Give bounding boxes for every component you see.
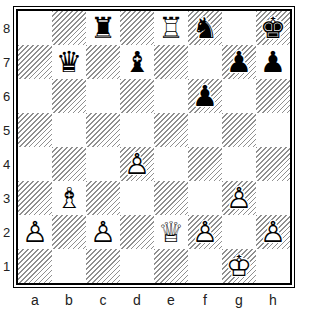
file-label-b: b (52, 292, 86, 308)
white-pawn[interactable]: ♟♙ (188, 215, 222, 249)
black-bishop[interactable]: ♝♝ (120, 45, 154, 79)
square-e7[interactable] (154, 45, 188, 79)
rank-label-1: 1 (0, 249, 13, 283)
square-e5[interactable] (154, 113, 188, 147)
white-bishop[interactable]: ♝♗ (52, 181, 86, 215)
black-pawn[interactable]: ♟♟ (188, 79, 222, 113)
square-c2[interactable]: ♟♙ (86, 215, 120, 249)
white-pawn-icon: ♙ (226, 184, 252, 213)
white-queen-icon: ♕ (158, 218, 184, 247)
square-f2[interactable]: ♟♙ (188, 215, 222, 249)
black-king-icon: ♚ (260, 14, 286, 43)
white-pawn-icon: ♙ (22, 218, 48, 247)
square-d1[interactable] (120, 249, 154, 283)
square-d6[interactable] (120, 79, 154, 113)
square-a1[interactable] (18, 249, 52, 283)
white-rook[interactable]: ♜♖ (154, 11, 188, 45)
square-f7[interactable] (188, 45, 222, 79)
black-pawn-icon: ♟ (260, 48, 286, 77)
square-g2[interactable] (222, 215, 256, 249)
square-h1[interactable] (256, 249, 290, 283)
square-h6[interactable] (256, 79, 290, 113)
square-d4[interactable]: ♟♙ (120, 147, 154, 181)
square-b3[interactable]: ♝♗ (52, 181, 86, 215)
square-b5[interactable] (52, 113, 86, 147)
black-bishop-icon: ♝ (124, 48, 150, 77)
square-f6[interactable]: ♟♟ (188, 79, 222, 113)
black-rook-icon: ♜ (90, 14, 116, 43)
black-pawn-icon: ♟ (226, 48, 252, 77)
square-a5[interactable] (18, 113, 52, 147)
square-e8[interactable]: ♜♖ (154, 11, 188, 45)
square-f8[interactable]: ♞♞ (188, 11, 222, 45)
square-d5[interactable] (120, 113, 154, 147)
square-h2[interactable]: ♟♙ (256, 215, 290, 249)
rank-labels: 87654321 (0, 11, 13, 283)
rank-label-6: 6 (0, 79, 13, 113)
square-b7[interactable]: ♛♛ (52, 45, 86, 79)
white-pawn[interactable]: ♟♙ (86, 215, 120, 249)
square-a2[interactable]: ♟♙ (18, 215, 52, 249)
white-pawn[interactable]: ♟♙ (18, 215, 52, 249)
square-f1[interactable] (188, 249, 222, 283)
white-pawn[interactable]: ♟♙ (120, 147, 154, 181)
white-queen[interactable]: ♛♕ (154, 215, 188, 249)
rank-label-8: 8 (0, 11, 13, 45)
square-g3[interactable]: ♟♙ (222, 181, 256, 215)
square-c7[interactable] (86, 45, 120, 79)
square-e6[interactable] (154, 79, 188, 113)
square-a4[interactable] (18, 147, 52, 181)
white-bishop-icon: ♗ (56, 184, 82, 213)
square-h7[interactable]: ♟♟ (256, 45, 290, 79)
file-label-e: e (154, 292, 188, 308)
square-g7[interactable]: ♟♟ (222, 45, 256, 79)
rank-label-7: 7 (0, 45, 13, 79)
square-g8[interactable] (222, 11, 256, 45)
white-pawn-icon: ♙ (90, 218, 116, 247)
white-pawn[interactable]: ♟♙ (222, 181, 256, 215)
square-g1[interactable]: ♚♔ (222, 249, 256, 283)
square-g4[interactable] (222, 147, 256, 181)
square-e3[interactable] (154, 181, 188, 215)
square-b4[interactable] (52, 147, 86, 181)
square-e2[interactable]: ♛♕ (154, 215, 188, 249)
square-f5[interactable] (188, 113, 222, 147)
square-c6[interactable] (86, 79, 120, 113)
file-label-c: c (86, 292, 120, 308)
file-labels: abcdefgh (18, 292, 290, 308)
square-b6[interactable] (52, 79, 86, 113)
square-f3[interactable] (188, 181, 222, 215)
square-g5[interactable] (222, 113, 256, 147)
black-pawn[interactable]: ♟♟ (256, 45, 290, 79)
file-label-a: a (18, 292, 52, 308)
black-king[interactable]: ♚♚ (256, 11, 290, 45)
rank-label-2: 2 (0, 215, 13, 249)
square-a3[interactable] (18, 181, 52, 215)
square-a7[interactable] (18, 45, 52, 79)
square-a8[interactable] (18, 11, 52, 45)
board-frame: ♜♜♜♖♞♞♚♚♛♛♝♝♟♟♟♟♟♟♟♙♝♗♟♙♟♙♟♙♛♕♟♙♟♙♚♔ (13, 6, 295, 288)
white-pawn[interactable]: ♟♙ (256, 215, 290, 249)
square-h3[interactable] (256, 181, 290, 215)
square-c4[interactable] (86, 147, 120, 181)
square-c1[interactable] (86, 249, 120, 283)
file-label-g: g (222, 292, 256, 308)
white-king-icon: ♔ (226, 252, 252, 281)
black-queen[interactable]: ♛♛ (52, 45, 86, 79)
square-g6[interactable] (222, 79, 256, 113)
black-knight[interactable]: ♞♞ (188, 11, 222, 45)
square-h5[interactable] (256, 113, 290, 147)
square-d2[interactable] (120, 215, 154, 249)
white-pawn-icon: ♙ (192, 218, 218, 247)
black-knight-icon: ♞ (192, 14, 218, 43)
black-pawn[interactable]: ♟♟ (222, 45, 256, 79)
square-a6[interactable] (18, 79, 52, 113)
chess-diagram: 87654321 ♜♜♜♖♞♞♚♚♛♛♝♝♟♟♟♟♟♟♟♙♝♗♟♙♟♙♟♙♛♕♟… (0, 0, 314, 320)
square-c8[interactable]: ♜♜ (86, 11, 120, 45)
square-f4[interactable] (188, 147, 222, 181)
square-c5[interactable] (86, 113, 120, 147)
rank-label-4: 4 (0, 147, 13, 181)
square-b1[interactable] (52, 249, 86, 283)
square-b8[interactable] (52, 11, 86, 45)
black-pawn-icon: ♟ (192, 82, 218, 111)
rank-label-5: 5 (0, 113, 13, 147)
square-c3[interactable] (86, 181, 120, 215)
file-label-f: f (188, 292, 222, 308)
square-b2[interactable] (52, 215, 86, 249)
square-h8[interactable]: ♚♚ (256, 11, 290, 45)
black-queen-icon: ♛ (56, 48, 82, 77)
square-e4[interactable] (154, 147, 188, 181)
square-d3[interactable] (120, 181, 154, 215)
square-h4[interactable] (256, 147, 290, 181)
file-label-h: h (256, 292, 290, 308)
board: ♜♜♜♖♞♞♚♚♛♛♝♝♟♟♟♟♟♟♟♙♝♗♟♙♟♙♟♙♛♕♟♙♟♙♚♔ (16, 9, 292, 285)
white-pawn-icon: ♙ (260, 218, 286, 247)
white-king[interactable]: ♚♔ (222, 249, 256, 283)
white-rook-icon: ♖ (158, 14, 184, 43)
square-d7[interactable]: ♝♝ (120, 45, 154, 79)
square-e1[interactable] (154, 249, 188, 283)
square-d8[interactable] (120, 11, 154, 45)
file-label-d: d (120, 292, 154, 308)
rank-label-3: 3 (0, 181, 13, 215)
white-pawn-icon: ♙ (124, 150, 150, 179)
black-rook[interactable]: ♜♜ (86, 11, 120, 45)
